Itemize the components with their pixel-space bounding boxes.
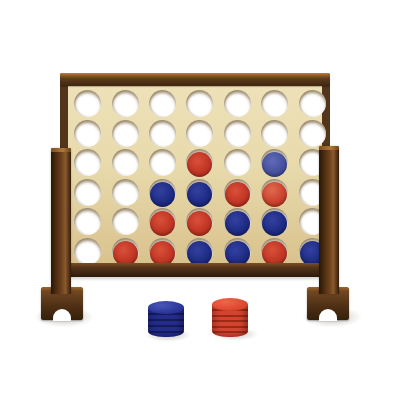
hole (74, 238, 101, 265)
right-foot-arch (319, 309, 337, 321)
hole (261, 238, 288, 265)
board-cell[interactable] (181, 148, 218, 178)
blue-disc (225, 211, 250, 236)
board-cell[interactable] (256, 178, 293, 208)
board-cell[interactable] (144, 148, 181, 178)
blue-disc (187, 241, 212, 266)
board-cell[interactable] (69, 237, 106, 267)
hole (261, 149, 288, 176)
board-cell[interactable] (69, 89, 106, 119)
bottom-rail (60, 263, 330, 277)
hole (112, 120, 139, 147)
right-stand-post (319, 146, 339, 294)
hole (186, 90, 213, 117)
hole (74, 90, 101, 117)
red-disc-stack[interactable] (212, 298, 248, 337)
blue-disc (225, 241, 250, 266)
hole (74, 149, 101, 176)
board-cell[interactable] (256, 237, 293, 267)
board-cell[interactable] (256, 89, 293, 119)
board-cell[interactable] (69, 178, 106, 208)
board-cell[interactable] (181, 89, 218, 119)
hole (112, 90, 139, 117)
hole (299, 120, 326, 147)
board-cell[interactable] (106, 89, 143, 119)
hole (149, 149, 176, 176)
hole (261, 208, 288, 235)
blue-disc (262, 211, 287, 236)
hole (112, 149, 139, 176)
board-cell[interactable] (294, 89, 331, 119)
board-cell[interactable] (219, 237, 256, 267)
hole (186, 120, 213, 147)
board-cell[interactable] (181, 119, 218, 149)
board-cell[interactable] (144, 119, 181, 149)
hole (261, 120, 288, 147)
board-cell[interactable] (294, 119, 331, 149)
hole (112, 238, 139, 265)
red-disc (150, 211, 175, 236)
board-cell[interactable] (219, 207, 256, 237)
board-cell[interactable] (219, 89, 256, 119)
blue-disc (262, 152, 287, 177)
board-cell[interactable] (219, 119, 256, 149)
hole (74, 120, 101, 147)
board-cell[interactable] (256, 148, 293, 178)
board-cell[interactable] (144, 207, 181, 237)
red-disc (225, 182, 250, 207)
board-cell[interactable] (256, 207, 293, 237)
board-grid (69, 89, 331, 266)
hole (186, 208, 213, 235)
hole (112, 208, 139, 235)
red-disc (262, 182, 287, 207)
board-cell[interactable] (69, 148, 106, 178)
board-cell[interactable] (69, 119, 106, 149)
hole (224, 208, 251, 235)
red-stack-top-disc (212, 298, 248, 311)
board-cell[interactable] (181, 207, 218, 237)
hole (261, 90, 288, 117)
red-disc (262, 241, 287, 266)
board-cell[interactable] (219, 148, 256, 178)
board-cell[interactable] (106, 237, 143, 267)
hole (112, 179, 139, 206)
red-disc (113, 241, 138, 266)
hole (149, 208, 176, 235)
board-cell[interactable] (144, 89, 181, 119)
board-cell[interactable] (106, 119, 143, 149)
blue-disc (150, 182, 175, 207)
hole (261, 179, 288, 206)
board-cell[interactable] (144, 178, 181, 208)
left-foot-arch (53, 309, 71, 321)
blue-disc-stack[interactable] (148, 301, 184, 337)
hole (186, 238, 213, 265)
board-cell[interactable] (106, 178, 143, 208)
board-cell[interactable] (69, 207, 106, 237)
hole (224, 120, 251, 147)
hole (224, 90, 251, 117)
board-cell[interactable] (181, 237, 218, 267)
board-cell[interactable] (144, 237, 181, 267)
hole (149, 90, 176, 117)
board-cell[interactable] (256, 119, 293, 149)
hole (224, 149, 251, 176)
red-disc (187, 211, 212, 236)
hole (224, 179, 251, 206)
hole (224, 238, 251, 265)
left-stand-post (51, 148, 71, 294)
blue-stack-top-disc (148, 301, 184, 314)
red-disc (187, 152, 212, 177)
board-cell[interactable] (181, 178, 218, 208)
hole (186, 179, 213, 206)
hole (149, 120, 176, 147)
hole (149, 238, 176, 265)
red-disc (150, 241, 175, 266)
hole (74, 179, 101, 206)
hole (186, 149, 213, 176)
blue-disc (187, 182, 212, 207)
hole (149, 179, 176, 206)
top-rail (60, 73, 330, 86)
hole (74, 208, 101, 235)
board-cell[interactable] (219, 178, 256, 208)
scene (0, 0, 400, 400)
hole (299, 90, 326, 117)
board-cell[interactable] (106, 207, 143, 237)
board-cell[interactable] (106, 148, 143, 178)
